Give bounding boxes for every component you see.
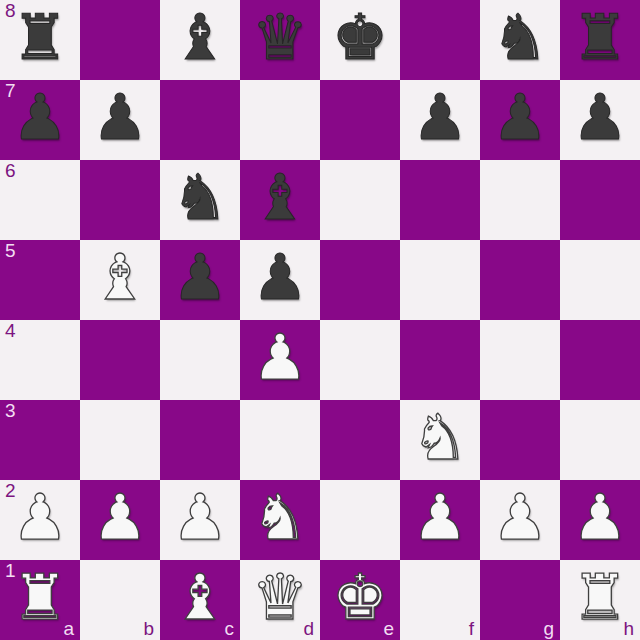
- piece-white-rook[interactable]: ♜: [12, 560, 68, 638]
- square-a8[interactable]: 8♜: [0, 0, 80, 80]
- square-g7[interactable]: ♟: [480, 80, 560, 160]
- rank-label-4: 4: [5, 321, 16, 342]
- piece-white-pawn[interactable]: ♟: [92, 480, 148, 558]
- square-d6[interactable]: ♝: [240, 160, 320, 240]
- square-b3[interactable]: [80, 400, 160, 480]
- square-h8[interactable]: ♜: [560, 0, 640, 80]
- square-f3[interactable]: ♞: [400, 400, 480, 480]
- square-f6[interactable]: [400, 160, 480, 240]
- square-d4[interactable]: ♟: [240, 320, 320, 400]
- square-a6[interactable]: 6: [0, 160, 80, 240]
- square-f5[interactable]: [400, 240, 480, 320]
- rank-label-5: 5: [5, 241, 16, 262]
- square-h6[interactable]: [560, 160, 640, 240]
- square-a3[interactable]: 3: [0, 400, 80, 480]
- piece-white-knight[interactable]: ♞: [412, 400, 468, 478]
- piece-white-knight[interactable]: ♞: [252, 480, 308, 558]
- square-d1[interactable]: d♛: [240, 560, 320, 640]
- square-d7[interactable]: [240, 80, 320, 160]
- square-b5[interactable]: ♝: [80, 240, 160, 320]
- square-c3[interactable]: [160, 400, 240, 480]
- square-g3[interactable]: [480, 400, 560, 480]
- rank-label-6: 6: [5, 161, 16, 182]
- square-h2[interactable]: ♟: [560, 480, 640, 560]
- square-h5[interactable]: [560, 240, 640, 320]
- square-h7[interactable]: ♟: [560, 80, 640, 160]
- piece-black-queen[interactable]: ♛: [252, 0, 308, 78]
- piece-white-bishop[interactable]: ♝: [172, 560, 228, 638]
- piece-black-pawn[interactable]: ♟: [12, 80, 68, 158]
- square-f1[interactable]: f: [400, 560, 480, 640]
- square-f7[interactable]: ♟: [400, 80, 480, 160]
- piece-black-pawn[interactable]: ♟: [172, 240, 228, 318]
- piece-white-king[interactable]: ♚: [332, 560, 388, 638]
- square-b7[interactable]: ♟: [80, 80, 160, 160]
- piece-black-rook[interactable]: ♜: [572, 0, 628, 78]
- rank-label-3: 3: [5, 401, 16, 422]
- square-g4[interactable]: [480, 320, 560, 400]
- square-e1[interactable]: e♚: [320, 560, 400, 640]
- square-b6[interactable]: [80, 160, 160, 240]
- square-f2[interactable]: ♟: [400, 480, 480, 560]
- piece-white-pawn[interactable]: ♟: [252, 320, 308, 398]
- piece-white-pawn[interactable]: ♟: [412, 480, 468, 558]
- square-c6[interactable]: ♞: [160, 160, 240, 240]
- square-e5[interactable]: [320, 240, 400, 320]
- piece-black-bishop[interactable]: ♝: [172, 0, 228, 78]
- square-d8[interactable]: ♛: [240, 0, 320, 80]
- square-g2[interactable]: ♟: [480, 480, 560, 560]
- square-h1[interactable]: h♜: [560, 560, 640, 640]
- square-c1[interactable]: c♝: [160, 560, 240, 640]
- square-h3[interactable]: [560, 400, 640, 480]
- square-e7[interactable]: [320, 80, 400, 160]
- piece-white-pawn[interactable]: ♟: [172, 480, 228, 558]
- piece-white-rook[interactable]: ♜: [572, 560, 628, 638]
- square-a2[interactable]: 2♟: [0, 480, 80, 560]
- square-c8[interactable]: ♝: [160, 0, 240, 80]
- piece-black-pawn[interactable]: ♟: [572, 80, 628, 158]
- piece-white-bishop[interactable]: ♝: [92, 240, 148, 318]
- piece-black-pawn[interactable]: ♟: [92, 80, 148, 158]
- square-b4[interactable]: [80, 320, 160, 400]
- square-g1[interactable]: g: [480, 560, 560, 640]
- square-b2[interactable]: ♟: [80, 480, 160, 560]
- square-c5[interactable]: ♟: [160, 240, 240, 320]
- square-g5[interactable]: [480, 240, 560, 320]
- square-c4[interactable]: [160, 320, 240, 400]
- square-e3[interactable]: [320, 400, 400, 480]
- square-a1[interactable]: 1a♜: [0, 560, 80, 640]
- square-e8[interactable]: ♚: [320, 0, 400, 80]
- square-e2[interactable]: [320, 480, 400, 560]
- square-e4[interactable]: [320, 320, 400, 400]
- square-f8[interactable]: [400, 0, 480, 80]
- piece-black-bishop[interactable]: ♝: [252, 160, 308, 238]
- square-a5[interactable]: 5: [0, 240, 80, 320]
- piece-black-pawn[interactable]: ♟: [252, 240, 308, 318]
- square-e6[interactable]: [320, 160, 400, 240]
- square-a4[interactable]: 4: [0, 320, 80, 400]
- file-label-f: f: [469, 619, 474, 640]
- square-c7[interactable]: [160, 80, 240, 160]
- piece-black-knight[interactable]: ♞: [172, 160, 228, 238]
- file-label-b: b: [143, 619, 154, 640]
- square-b8[interactable]: [80, 0, 160, 80]
- chess-board: 8♜♝♛♚♞♜7♟♟♟♟♟6♞♝5♝♟♟4♟3♞2♟♟♟♞♟♟♟1a♜bc♝d♛…: [0, 0, 640, 640]
- piece-black-rook[interactable]: ♜: [12, 0, 68, 78]
- square-f4[interactable]: [400, 320, 480, 400]
- square-h4[interactable]: [560, 320, 640, 400]
- square-d2[interactable]: ♞: [240, 480, 320, 560]
- piece-white-pawn[interactable]: ♟: [492, 480, 548, 558]
- piece-white-queen[interactable]: ♛: [252, 560, 308, 638]
- piece-black-pawn[interactable]: ♟: [412, 80, 468, 158]
- file-label-g: g: [543, 619, 554, 640]
- piece-black-knight[interactable]: ♞: [492, 0, 548, 78]
- square-d3[interactable]: [240, 400, 320, 480]
- square-c2[interactable]: ♟: [160, 480, 240, 560]
- square-d5[interactable]: ♟: [240, 240, 320, 320]
- piece-white-pawn[interactable]: ♟: [12, 480, 68, 558]
- square-g6[interactable]: [480, 160, 560, 240]
- piece-black-king[interactable]: ♚: [332, 0, 388, 78]
- square-b1[interactable]: b: [80, 560, 160, 640]
- piece-black-pawn[interactable]: ♟: [492, 80, 548, 158]
- piece-white-pawn[interactable]: ♟: [572, 480, 628, 558]
- square-g8[interactable]: ♞: [480, 0, 560, 80]
- square-a7[interactable]: 7♟: [0, 80, 80, 160]
